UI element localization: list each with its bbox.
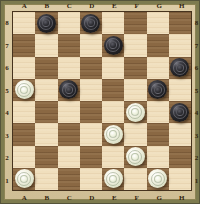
square-c7[interactable]: [58, 34, 80, 56]
square-a4[interactable]: [13, 101, 35, 123]
file-label-top-G: G: [153, 2, 165, 10]
white-man-f4[interactable]: [126, 103, 145, 122]
square-a2[interactable]: [13, 146, 35, 168]
square-h2[interactable]: [169, 146, 191, 168]
square-b2[interactable]: [35, 146, 57, 168]
square-a3[interactable]: [13, 123, 35, 145]
square-g8[interactable]: [147, 12, 169, 34]
square-f3[interactable]: [124, 123, 146, 145]
square-f1[interactable]: [124, 168, 146, 190]
square-b1[interactable]: [35, 168, 57, 190]
square-d5[interactable]: [80, 79, 102, 101]
square-b6[interactable]: [35, 57, 57, 79]
square-f5[interactable]: [124, 79, 146, 101]
square-b5[interactable]: [35, 79, 57, 101]
file-label-bottom-G: G: [153, 194, 165, 202]
rank-label-right-1: 1: [193, 177, 200, 185]
rank-label-left-2: 2: [3, 154, 11, 162]
rank-label-right-3: 3: [193, 132, 200, 140]
square-c1[interactable]: [58, 168, 80, 190]
square-d6[interactable]: [80, 57, 102, 79]
square-h5[interactable]: [169, 79, 191, 101]
rank-label-right-2: 2: [193, 154, 200, 162]
square-e3[interactable]: [102, 123, 124, 145]
white-man-e3[interactable]: [104, 125, 123, 144]
square-a6[interactable]: [13, 57, 35, 79]
file-label-top-H: H: [176, 2, 188, 10]
square-c5[interactable]: [58, 79, 80, 101]
black-man-c5[interactable]: [59, 80, 78, 99]
file-label-bottom-F: F: [131, 194, 143, 202]
file-label-bottom-H: H: [176, 194, 188, 202]
square-b3[interactable]: [35, 123, 57, 145]
rank-label-left-4: 4: [3, 109, 11, 117]
black-man-g5[interactable]: [148, 80, 167, 99]
square-h1[interactable]: [169, 168, 191, 190]
square-b4[interactable]: [35, 101, 57, 123]
rank-label-right-5: 5: [193, 87, 200, 95]
square-g3[interactable]: [147, 123, 169, 145]
file-label-bottom-E: E: [108, 194, 120, 202]
file-label-bottom-B: B: [41, 194, 53, 202]
square-d4[interactable]: [80, 101, 102, 123]
square-e2[interactable]: [102, 146, 124, 168]
file-label-top-F: F: [131, 2, 143, 10]
square-a1[interactable]: [13, 168, 35, 190]
file-label-top-C: C: [63, 2, 75, 10]
rank-label-left-8: 8: [3, 19, 11, 27]
square-b8[interactable]: [35, 12, 57, 34]
square-c3[interactable]: [58, 123, 80, 145]
white-man-e1[interactable]: [104, 169, 123, 188]
square-b7[interactable]: [35, 34, 57, 56]
rank-label-left-6: 6: [3, 64, 11, 72]
square-d1[interactable]: [80, 168, 102, 190]
file-label-bottom-D: D: [86, 194, 98, 202]
black-man-e7[interactable]: [104, 36, 123, 55]
square-f6[interactable]: [124, 57, 146, 79]
rank-label-left-1: 1: [3, 177, 11, 185]
square-h3[interactable]: [169, 123, 191, 145]
square-c6[interactable]: [58, 57, 80, 79]
file-label-top-A: A: [18, 2, 30, 10]
square-h7[interactable]: [169, 34, 191, 56]
rank-label-right-8: 8: [193, 19, 200, 27]
black-man-b8[interactable]: [37, 14, 56, 33]
square-e4[interactable]: [102, 101, 124, 123]
square-c8[interactable]: [58, 12, 80, 34]
rank-label-right-4: 4: [193, 109, 200, 117]
square-f2[interactable]: [124, 146, 146, 168]
square-e7[interactable]: [102, 34, 124, 56]
rank-label-left-5: 5: [3, 87, 11, 95]
square-e5[interactable]: [102, 79, 124, 101]
square-a7[interactable]: [13, 34, 35, 56]
square-g6[interactable]: [147, 57, 169, 79]
file-label-top-B: B: [41, 2, 53, 10]
white-man-a5[interactable]: [15, 80, 34, 99]
rank-label-right-7: 7: [193, 42, 200, 50]
white-man-a1[interactable]: [15, 169, 34, 188]
square-e1[interactable]: [102, 168, 124, 190]
board-frame: AABBCCDDEEFFGGHH8877665544332211: [0, 0, 200, 204]
square-e6[interactable]: [102, 57, 124, 79]
square-g1[interactable]: [147, 168, 169, 190]
white-man-f2[interactable]: [126, 147, 145, 166]
square-f8[interactable]: [124, 12, 146, 34]
square-g4[interactable]: [147, 101, 169, 123]
square-d7[interactable]: [80, 34, 102, 56]
white-man-g1[interactable]: [148, 169, 167, 188]
file-label-bottom-A: A: [18, 194, 30, 202]
square-f4[interactable]: [124, 101, 146, 123]
file-label-top-D: D: [86, 2, 98, 10]
square-a8[interactable]: [13, 12, 35, 34]
square-g2[interactable]: [147, 146, 169, 168]
square-d2[interactable]: [80, 146, 102, 168]
board: [12, 11, 192, 191]
rank-label-left-3: 3: [3, 132, 11, 140]
square-a5[interactable]: [13, 79, 35, 101]
square-g7[interactable]: [147, 34, 169, 56]
file-label-bottom-C: C: [63, 194, 75, 202]
square-h8[interactable]: [169, 12, 191, 34]
file-label-top-E: E: [108, 2, 120, 10]
square-g5[interactable]: [147, 79, 169, 101]
square-c4[interactable]: [58, 101, 80, 123]
square-f7[interactable]: [124, 34, 146, 56]
rank-label-right-6: 6: [193, 64, 200, 72]
rank-label-left-7: 7: [3, 42, 11, 50]
square-d8[interactable]: [80, 12, 102, 34]
black-man-h6[interactable]: [170, 58, 189, 77]
square-e8[interactable]: [102, 12, 124, 34]
square-c2[interactable]: [58, 146, 80, 168]
square-h4[interactable]: [169, 101, 191, 123]
square-d3[interactable]: [80, 123, 102, 145]
black-man-d8[interactable]: [81, 14, 100, 33]
black-man-h4[interactable]: [170, 103, 189, 122]
square-h6[interactable]: [169, 57, 191, 79]
